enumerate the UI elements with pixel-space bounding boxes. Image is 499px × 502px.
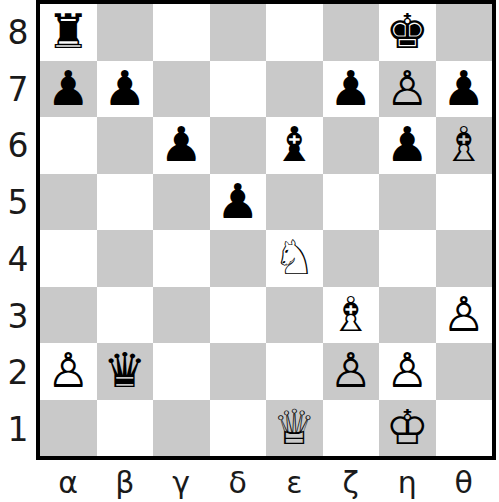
square-e8[interactable] xyxy=(266,4,323,61)
square-c6[interactable]: ♟ xyxy=(153,117,210,174)
square-b2[interactable]: ♛ xyxy=(97,343,154,400)
square-d6[interactable] xyxy=(210,117,267,174)
file-label-f: ζ xyxy=(323,462,380,502)
rank-label-3: 3 xyxy=(0,288,36,345)
square-c5[interactable] xyxy=(153,174,210,231)
white-bishop[interactable]: ♗ xyxy=(442,120,485,168)
white-pawn[interactable]: ♙ xyxy=(442,290,485,338)
black-pawn[interactable]: ♟ xyxy=(160,120,203,168)
file-label-d: δ xyxy=(210,462,267,502)
square-a3[interactable] xyxy=(40,287,97,344)
square-d2[interactable] xyxy=(210,343,267,400)
black-queen[interactable]: ♛ xyxy=(103,346,146,394)
white-pawn[interactable]: ♙ xyxy=(386,346,429,394)
rank-label-7: 7 xyxy=(0,61,36,118)
file-labels: αβγδεζηθ xyxy=(36,462,496,502)
square-c8[interactable] xyxy=(153,4,210,61)
white-pawn[interactable]: ♙ xyxy=(47,346,90,394)
square-f4[interactable] xyxy=(323,230,380,287)
square-g1[interactable]: ♔ xyxy=(379,400,436,457)
square-f7[interactable]: ♟ xyxy=(323,61,380,118)
square-e3[interactable] xyxy=(266,287,323,344)
white-knight[interactable]: ♘ xyxy=(273,233,316,281)
square-h7[interactable]: ♟ xyxy=(436,61,493,118)
square-b4[interactable] xyxy=(97,230,154,287)
file-label-g: η xyxy=(379,462,436,502)
white-king[interactable]: ♔ xyxy=(386,403,429,451)
square-f6[interactable] xyxy=(323,117,380,174)
square-c7[interactable] xyxy=(153,61,210,118)
square-e2[interactable] xyxy=(266,343,323,400)
rank-label-1: 1 xyxy=(0,401,36,458)
file-label-h: θ xyxy=(436,462,493,502)
square-a5[interactable] xyxy=(40,174,97,231)
square-e4[interactable]: ♘ xyxy=(266,230,323,287)
white-pawn[interactable]: ♙ xyxy=(386,64,429,112)
rank-label-6: 6 xyxy=(0,118,36,175)
square-d3[interactable] xyxy=(210,287,267,344)
black-bishop[interactable]: ♝ xyxy=(273,120,316,168)
square-f2[interactable]: ♙ xyxy=(323,343,380,400)
black-rook[interactable]: ♜ xyxy=(47,7,90,55)
square-a6[interactable] xyxy=(40,117,97,174)
square-g3[interactable] xyxy=(379,287,436,344)
rank-labels: 87654321 xyxy=(0,0,36,462)
square-h2[interactable] xyxy=(436,343,493,400)
square-b3[interactable] xyxy=(97,287,154,344)
rank-label-8: 8 xyxy=(0,4,36,61)
square-b5[interactable] xyxy=(97,174,154,231)
black-pawn[interactable]: ♟ xyxy=(442,64,485,112)
square-c4[interactable] xyxy=(153,230,210,287)
square-g6[interactable]: ♟ xyxy=(379,117,436,174)
black-pawn[interactable]: ♟ xyxy=(103,64,146,112)
black-pawn[interactable]: ♟ xyxy=(329,64,372,112)
file-label-b: β xyxy=(97,462,154,502)
rank-label-5: 5 xyxy=(0,174,36,231)
square-g7[interactable]: ♙ xyxy=(379,61,436,118)
square-g4[interactable] xyxy=(379,230,436,287)
square-h3[interactable]: ♙ xyxy=(436,287,493,344)
square-h4[interactable] xyxy=(436,230,493,287)
square-a8[interactable]: ♜ xyxy=(40,4,97,61)
square-b1[interactable] xyxy=(97,400,154,457)
square-b8[interactable] xyxy=(97,4,154,61)
square-h6[interactable]: ♗ xyxy=(436,117,493,174)
square-a4[interactable] xyxy=(40,230,97,287)
black-pawn[interactable]: ♟ xyxy=(47,64,90,112)
rank-label-2: 2 xyxy=(0,345,36,402)
file-label-a: α xyxy=(40,462,97,502)
square-b6[interactable] xyxy=(97,117,154,174)
square-d1[interactable] xyxy=(210,400,267,457)
square-e1[interactable]: ♕ xyxy=(266,400,323,457)
square-e7[interactable] xyxy=(266,61,323,118)
chess-diagram: 87654321 ♜♚♟♟♟♙♟♟♝♟♗♟♘♗♙♙♛♙♙♕♔ αβγδεζηθ xyxy=(0,0,499,502)
file-label-c: γ xyxy=(153,462,210,502)
chess-board: ♜♚♟♟♟♙♟♟♝♟♗♟♘♗♙♙♛♙♙♕♔ xyxy=(36,0,496,460)
square-d8[interactable] xyxy=(210,4,267,61)
square-c1[interactable] xyxy=(153,400,210,457)
square-f5[interactable] xyxy=(323,174,380,231)
square-d4[interactable] xyxy=(210,230,267,287)
square-a1[interactable] xyxy=(40,400,97,457)
black-pawn[interactable]: ♟ xyxy=(386,120,429,168)
file-label-e: ε xyxy=(266,462,323,502)
white-queen[interactable]: ♕ xyxy=(273,403,316,451)
square-h5[interactable] xyxy=(436,174,493,231)
rank-label-4: 4 xyxy=(0,231,36,288)
square-g8[interactable]: ♚ xyxy=(379,4,436,61)
square-d7[interactable] xyxy=(210,61,267,118)
square-g2[interactable]: ♙ xyxy=(379,343,436,400)
black-king[interactable]: ♚ xyxy=(386,7,429,55)
square-h8[interactable] xyxy=(436,4,493,61)
white-bishop[interactable]: ♗ xyxy=(329,290,372,338)
square-f8[interactable] xyxy=(323,4,380,61)
square-f1[interactable] xyxy=(323,400,380,457)
square-b7[interactable]: ♟ xyxy=(97,61,154,118)
square-c3[interactable] xyxy=(153,287,210,344)
square-e5[interactable] xyxy=(266,174,323,231)
square-c2[interactable] xyxy=(153,343,210,400)
square-g5[interactable] xyxy=(379,174,436,231)
square-h1[interactable] xyxy=(436,400,493,457)
square-f3[interactable]: ♗ xyxy=(323,287,380,344)
square-d5[interactable]: ♟ xyxy=(210,174,267,231)
square-e6[interactable]: ♝ xyxy=(266,117,323,174)
square-a7[interactable]: ♟ xyxy=(40,61,97,118)
black-pawn[interactable]: ♟ xyxy=(216,177,259,225)
white-pawn[interactable]: ♙ xyxy=(329,346,372,394)
square-a2[interactable]: ♙ xyxy=(40,343,97,400)
